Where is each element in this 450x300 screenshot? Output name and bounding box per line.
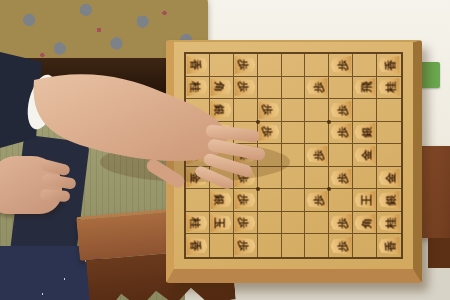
board-cell[interactable] xyxy=(258,167,282,190)
board-cell[interactable]: 歩 xyxy=(234,189,258,212)
shogi-piece-black-s[interactable]: 銀 xyxy=(379,191,400,210)
piece-kanji: 金 xyxy=(190,149,201,160)
board-cell[interactable]: 歩 xyxy=(305,144,329,167)
board-cell[interactable] xyxy=(210,167,234,190)
board-cell[interactable] xyxy=(210,54,234,77)
board-cell[interactable]: 歩 xyxy=(234,212,258,235)
shogi-piece-white-p[interactable]: 歩 xyxy=(235,236,256,255)
board-cell[interactable] xyxy=(186,122,210,145)
board-cell[interactable]: 歩 xyxy=(234,167,258,190)
board-cell[interactable]: 香 xyxy=(377,54,401,77)
piece-kanji: 歩 xyxy=(337,217,348,228)
shogi-piece-black-l[interactable]: 香 xyxy=(379,236,400,255)
shogi-piece-white-r[interactable]: 飛 xyxy=(211,123,232,142)
piece-kanji: 香 xyxy=(190,240,201,251)
piece-kanji: 歩 xyxy=(313,195,324,206)
shogi-piece-white-p[interactable]: 歩 xyxy=(235,78,256,97)
board-cell[interactable]: 桂 xyxy=(186,212,210,235)
board-cell[interactable] xyxy=(210,234,234,257)
piece-kanji: 金 xyxy=(385,172,396,183)
board-cell[interactable]: 歩 xyxy=(234,234,258,257)
piece-kanji: 銀 xyxy=(214,104,225,115)
board-cell[interactable]: 歩 xyxy=(305,77,329,100)
piece-kanji: 香 xyxy=(190,59,201,70)
board-cell[interactable]: 金 xyxy=(353,144,377,167)
piece-kanji: 歩 xyxy=(262,104,273,115)
board-cell[interactable]: 金 xyxy=(377,167,401,190)
piece-kanji: 歩 xyxy=(337,172,348,183)
board-cell[interactable]: 銀 xyxy=(353,122,377,145)
shogi-piece-white-l[interactable]: 香 xyxy=(187,55,208,74)
shogi-piece-white-p[interactable]: 歩 xyxy=(259,100,280,119)
shogi-piece-black-p[interactable]: 歩 xyxy=(330,168,351,187)
piece-kanji: 歩 xyxy=(238,59,249,70)
shogi-piece-black-p[interactable]: 歩 xyxy=(306,145,327,164)
piece-kanji: 銀 xyxy=(361,127,372,138)
board-cell[interactable] xyxy=(258,212,282,235)
resting-hand-finger xyxy=(40,189,71,202)
board-cell[interactable]: 香 xyxy=(186,54,210,77)
board-cell[interactable]: 銀 xyxy=(210,99,234,122)
board-cell[interactable] xyxy=(305,54,329,77)
board-cell[interactable] xyxy=(210,144,234,167)
shogi-piece-black-p[interactable]: 歩 xyxy=(330,55,351,74)
board-cell[interactable]: 歩 xyxy=(258,99,282,122)
board-cell[interactable] xyxy=(282,234,306,257)
shogi-piece-black-p[interactable]: 歩 xyxy=(306,191,327,210)
board-cell[interactable] xyxy=(353,99,377,122)
shogi-piece-white-k[interactable]: 玉 xyxy=(211,213,232,232)
piece-kanji: 飛 xyxy=(361,82,372,93)
board-cell[interactable] xyxy=(329,189,353,212)
piece-kanji: 歩 xyxy=(238,82,249,93)
board-cell[interactable] xyxy=(353,54,377,77)
board-cell[interactable] xyxy=(282,189,306,212)
shogi-piece-black-g[interactable]: 金 xyxy=(354,145,375,164)
board-cell[interactable]: 桂 xyxy=(186,77,210,100)
piece-kanji: 王 xyxy=(361,195,372,206)
shogi-piece-black-p[interactable]: 歩 xyxy=(306,78,327,97)
board-cell[interactable]: 玉 xyxy=(210,212,234,235)
hoshi-dot xyxy=(256,120,260,124)
board-cell[interactable] xyxy=(305,212,329,235)
piece-kanji: 歩 xyxy=(337,127,348,138)
board-cell[interactable] xyxy=(258,77,282,100)
board-cell[interactable]: 歩 xyxy=(234,144,258,167)
hoshi-dot xyxy=(327,120,331,124)
board-cell[interactable] xyxy=(305,99,329,122)
board-cell[interactable]: 歩 xyxy=(305,189,329,212)
piece-kanji: 歩 xyxy=(337,59,348,70)
hoshi-dot xyxy=(256,187,260,191)
board-cell[interactable] xyxy=(282,212,306,235)
shogi-piece-black-p[interactable]: 歩 xyxy=(330,236,351,255)
board-cell[interactable]: 香 xyxy=(377,234,401,257)
board-cell[interactable]: 銀 xyxy=(210,189,234,212)
shogi-piece-black-p[interactable]: 歩 xyxy=(330,100,351,119)
board-cell[interactable] xyxy=(234,122,258,145)
board-cell[interactable] xyxy=(282,54,306,77)
board-cell[interactable] xyxy=(186,189,210,212)
board-cell[interactable] xyxy=(282,167,306,190)
board-cell[interactable] xyxy=(305,122,329,145)
piece-kanji: 金 xyxy=(190,172,201,183)
shogi-piece-black-p[interactable]: 歩 xyxy=(330,213,351,232)
piece-kanji: 歩 xyxy=(238,172,249,183)
board-cell[interactable]: 歩 xyxy=(329,234,353,257)
shogi-piece-white-b[interactable]: 角 xyxy=(211,78,232,97)
piece-kanji: 歩 xyxy=(337,240,348,251)
piece-kanji: 香 xyxy=(385,240,396,251)
piece-kanji: 桂 xyxy=(385,217,396,228)
board-cell[interactable] xyxy=(258,144,282,167)
shogi-piece-black-g[interactable]: 金 xyxy=(379,168,400,187)
board-cell[interactable]: 歩 xyxy=(329,99,353,122)
shogi-piece-white-g[interactable]: 金 xyxy=(187,145,208,164)
shogi-piece-white-p[interactable]: 歩 xyxy=(235,191,256,210)
board-cell[interactable]: 飛 xyxy=(210,122,234,145)
board-cell[interactable] xyxy=(377,144,401,167)
piece-kanji: 歩 xyxy=(238,217,249,228)
board-cell[interactable]: 角 xyxy=(353,212,377,235)
shogi-piece-black-p[interactable]: 歩 xyxy=(330,123,351,142)
board-cell[interactable]: 桂 xyxy=(377,212,401,235)
shogi-piece-white-l[interactable]: 香 xyxy=(187,236,208,255)
shogi-board: 香歩歩香桂角歩歩飛桂銀歩歩飛歩歩銀金歩歩金金歩歩金銀歩歩王銀桂玉歩歩角桂香歩歩香 xyxy=(166,40,422,283)
board-cell[interactable]: 香 xyxy=(186,234,210,257)
board-cell[interactable] xyxy=(305,234,329,257)
board-cell[interactable]: 金 xyxy=(186,144,210,167)
piece-kanji: 銀 xyxy=(214,195,225,206)
board-cell[interactable]: 歩 xyxy=(329,212,353,235)
piece-kanji: 玉 xyxy=(214,217,225,228)
piece-kanji: 桂 xyxy=(190,217,201,228)
board-cell[interactable] xyxy=(258,234,282,257)
board-cell[interactable]: 歩 xyxy=(258,122,282,145)
shogi-piece-black-n[interactable]: 桂 xyxy=(379,213,400,232)
side-table-leg xyxy=(428,238,450,268)
board-cell[interactable]: 金 xyxy=(186,167,210,190)
board-cell[interactable] xyxy=(282,99,306,122)
piece-kanji: 金 xyxy=(361,149,372,160)
board-cell[interactable]: 歩 xyxy=(329,54,353,77)
piece-kanji: 香 xyxy=(385,59,396,70)
board-cell[interactable]: 歩 xyxy=(329,122,353,145)
board-cell[interactable] xyxy=(258,189,282,212)
board-cell[interactable] xyxy=(282,122,306,145)
piece-kanji: 歩 xyxy=(313,149,324,160)
board-cell[interactable] xyxy=(282,144,306,167)
board-cell[interactable] xyxy=(305,167,329,190)
piece-kanji: 角 xyxy=(361,217,372,228)
piece-kanji: 歩 xyxy=(262,127,273,138)
hoshi-dot xyxy=(327,187,331,191)
shogi-piece-white-p[interactable]: 歩 xyxy=(235,213,256,232)
board-cell[interactable]: 角 xyxy=(210,77,234,100)
piece-kanji: 飛 xyxy=(214,127,225,138)
shogi-piece-white-s[interactable]: 銀 xyxy=(211,191,232,210)
shogi-match-photo: 香歩歩香桂角歩歩飛桂銀歩歩飛歩歩銀金歩歩金金歩歩金銀歩歩王銀桂玉歩歩角桂香歩歩香 xyxy=(0,0,450,300)
piece-kanji: 歩 xyxy=(337,104,348,115)
piece-kanji: 歩 xyxy=(238,149,249,160)
board-cell[interactable]: 飛 xyxy=(353,77,377,100)
board-cell[interactable]: 王 xyxy=(353,189,377,212)
board-cell[interactable] xyxy=(353,167,377,190)
piece-kanji: 歩 xyxy=(313,82,324,93)
board-cell[interactable] xyxy=(353,234,377,257)
shogi-piece-white-n[interactable]: 桂 xyxy=(187,78,208,97)
board-cell[interactable] xyxy=(258,54,282,77)
piece-kanji: 銀 xyxy=(385,195,396,206)
board-cell[interactable]: 歩 xyxy=(234,77,258,100)
shogi-piece-black-b[interactable]: 角 xyxy=(354,213,375,232)
shogi-piece-white-p[interactable]: 歩 xyxy=(235,145,256,164)
piece-kanji: 歩 xyxy=(238,195,249,206)
board-cell[interactable] xyxy=(186,99,210,122)
piece-kanji: 角 xyxy=(214,82,225,93)
shogi-piece-white-p[interactable]: 歩 xyxy=(235,55,256,74)
board-cell[interactable]: 歩 xyxy=(329,167,353,190)
shogi-piece-black-k[interactable]: 王 xyxy=(354,191,375,210)
board-cell[interactable] xyxy=(377,122,401,145)
shogi-piece-black-n[interactable]: 桂 xyxy=(379,78,400,97)
shogi-piece-black-s[interactable]: 銀 xyxy=(354,123,375,142)
shogi-piece-black-r[interactable]: 飛 xyxy=(354,78,375,97)
piece-kanji: 桂 xyxy=(385,82,396,93)
piece-kanji: 歩 xyxy=(238,240,249,251)
board-cell[interactable]: 桂 xyxy=(377,77,401,100)
shogi-piece-white-n[interactable]: 桂 xyxy=(187,213,208,232)
board-cell[interactable] xyxy=(234,99,258,122)
board-cell[interactable] xyxy=(329,77,353,100)
shogi-piece-black-l[interactable]: 香 xyxy=(379,55,400,74)
shogi-piece-white-s[interactable]: 銀 xyxy=(211,100,232,119)
shogi-piece-white-p[interactable]: 歩 xyxy=(259,123,280,142)
board-cell[interactable] xyxy=(329,144,353,167)
board-cell[interactable]: 銀 xyxy=(377,189,401,212)
board-cell[interactable]: 歩 xyxy=(234,54,258,77)
board-grid: 香歩歩香桂角歩歩飛桂銀歩歩飛歩歩銀金歩歩金金歩歩金銀歩歩王銀桂玉歩歩角桂香歩歩香 xyxy=(184,52,403,259)
shogi-piece-white-g[interactable]: 金 xyxy=(187,168,208,187)
piece-kanji: 桂 xyxy=(190,82,201,93)
shogi-piece-white-p[interactable]: 歩 xyxy=(235,168,256,187)
board-cell[interactable] xyxy=(282,77,306,100)
board-cell[interactable] xyxy=(377,99,401,122)
